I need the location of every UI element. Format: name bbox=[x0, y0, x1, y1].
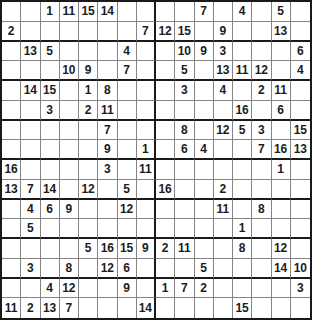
empty-cell-r4c3[interactable] bbox=[41, 61, 60, 81]
given-cell-r8c10[interactable]: 6 bbox=[175, 140, 194, 160]
empty-cell-r9c9[interactable] bbox=[156, 160, 175, 180]
given-cell-r10c1[interactable]: 13 bbox=[2, 180, 21, 200]
given-cell-r7c13[interactable]: 5 bbox=[233, 121, 252, 141]
given-cell-r2c1[interactable]: 2 bbox=[2, 22, 21, 42]
given-cell-r4c4[interactable]: 10 bbox=[60, 61, 79, 81]
given-cell-r13c6[interactable]: 16 bbox=[98, 239, 117, 259]
given-cell-r14c11[interactable]: 5 bbox=[195, 259, 214, 279]
empty-cell-r8c5[interactable] bbox=[79, 140, 98, 160]
given-cell-r15c9[interactable]: 1 bbox=[156, 279, 175, 299]
empty-cell-r9c2[interactable] bbox=[21, 160, 40, 180]
empty-cell-r5c13[interactable] bbox=[233, 81, 252, 101]
empty-cell-r4c6[interactable] bbox=[98, 61, 117, 81]
empty-cell-r10c11[interactable] bbox=[195, 180, 214, 200]
given-cell-r5c3[interactable]: 15 bbox=[41, 81, 60, 101]
empty-cell-r9c14[interactable] bbox=[252, 160, 271, 180]
given-cell-r6c15[interactable]: 6 bbox=[272, 101, 291, 121]
empty-cell-r13c1[interactable] bbox=[2, 239, 21, 259]
empty-cell-r4c1[interactable] bbox=[2, 61, 21, 81]
given-cell-r11c2[interactable]: 4 bbox=[21, 200, 40, 220]
empty-cell-r5c8[interactable] bbox=[137, 81, 156, 101]
given-cell-r14c7[interactable]: 6 bbox=[118, 259, 137, 279]
given-cell-r8c6[interactable]: 9 bbox=[98, 140, 117, 160]
given-cell-r6c13[interactable]: 16 bbox=[233, 101, 252, 121]
empty-cell-r8c7[interactable] bbox=[118, 140, 137, 160]
empty-cell-r5c9[interactable] bbox=[156, 81, 175, 101]
empty-cell-r15c12[interactable] bbox=[214, 279, 233, 299]
empty-cell-r10c4[interactable] bbox=[60, 180, 79, 200]
empty-cell-r6c16[interactable] bbox=[291, 101, 310, 121]
given-cell-r2c12[interactable]: 9 bbox=[214, 22, 233, 42]
empty-cell-r8c3[interactable] bbox=[41, 140, 60, 160]
empty-cell-r6c7[interactable] bbox=[118, 101, 137, 121]
given-cell-r13c8[interactable]: 9 bbox=[137, 239, 156, 259]
given-cell-r11c12[interactable]: 11 bbox=[214, 200, 233, 220]
empty-cell-r8c2[interactable] bbox=[21, 140, 40, 160]
empty-cell-r7c4[interactable] bbox=[60, 121, 79, 141]
given-cell-r13c9[interactable]: 2 bbox=[156, 239, 175, 259]
given-cell-r6c6[interactable]: 11 bbox=[98, 101, 117, 121]
empty-cell-r11c11[interactable] bbox=[195, 200, 214, 220]
empty-cell-r3c4[interactable] bbox=[60, 42, 79, 62]
empty-cell-r12c16[interactable] bbox=[291, 219, 310, 239]
empty-cell-r8c4[interactable] bbox=[60, 140, 79, 160]
given-cell-r3c11[interactable]: 9 bbox=[195, 42, 214, 62]
given-cell-r1c13[interactable]: 4 bbox=[233, 2, 252, 22]
empty-cell-r13c12[interactable] bbox=[214, 239, 233, 259]
empty-cell-r4c2[interactable] bbox=[21, 61, 40, 81]
empty-cell-r2c4[interactable] bbox=[60, 22, 79, 42]
empty-cell-r14c3[interactable] bbox=[41, 259, 60, 279]
given-cell-r16c2[interactable]: 2 bbox=[21, 298, 40, 318]
empty-cell-r3c15[interactable] bbox=[272, 42, 291, 62]
empty-cell-r5c1[interactable] bbox=[2, 81, 21, 101]
empty-cell-r7c7[interactable] bbox=[118, 121, 137, 141]
given-cell-r14c15[interactable]: 14 bbox=[272, 259, 291, 279]
given-cell-r10c7[interactable]: 5 bbox=[118, 180, 137, 200]
sudoku-board: 1111514745271215913135410936109751311124… bbox=[0, 0, 312, 320]
given-cell-r13c13[interactable]: 8 bbox=[233, 239, 252, 259]
given-cell-r3c16[interactable]: 6 bbox=[291, 42, 310, 62]
empty-cell-r10c10[interactable] bbox=[175, 180, 194, 200]
empty-cell-r5c11[interactable] bbox=[195, 81, 214, 101]
given-cell-r15c3[interactable]: 4 bbox=[41, 279, 60, 299]
empty-cell-r7c1[interactable] bbox=[2, 121, 21, 141]
empty-cell-r1c2[interactable] bbox=[21, 2, 40, 22]
empty-cell-r16c9[interactable] bbox=[156, 298, 175, 318]
empty-cell-r6c2[interactable] bbox=[21, 101, 40, 121]
empty-cell-r12c4[interactable] bbox=[60, 219, 79, 239]
empty-cell-r10c15[interactable] bbox=[272, 180, 291, 200]
empty-cell-r1c10[interactable] bbox=[175, 2, 194, 22]
given-cell-r16c3[interactable]: 13 bbox=[41, 298, 60, 318]
given-cell-r2c9[interactable]: 12 bbox=[156, 22, 175, 42]
empty-cell-r11c10[interactable] bbox=[175, 200, 194, 220]
given-cell-r11c3[interactable]: 6 bbox=[41, 200, 60, 220]
empty-cell-r11c15[interactable] bbox=[272, 200, 291, 220]
empty-cell-r2c2[interactable] bbox=[21, 22, 40, 42]
empty-cell-r8c1[interactable] bbox=[2, 140, 21, 160]
empty-cell-r14c8[interactable] bbox=[137, 259, 156, 279]
given-cell-r11c4[interactable]: 9 bbox=[60, 200, 79, 220]
given-cell-r1c6[interactable]: 14 bbox=[98, 2, 117, 22]
empty-cell-r11c16[interactable] bbox=[291, 200, 310, 220]
empty-cell-r7c11[interactable] bbox=[195, 121, 214, 141]
empty-cell-r10c8[interactable] bbox=[137, 180, 156, 200]
given-cell-r3c12[interactable]: 3 bbox=[214, 42, 233, 62]
empty-cell-r1c8[interactable] bbox=[137, 2, 156, 22]
given-cell-r7c14[interactable]: 3 bbox=[252, 121, 271, 141]
given-cell-r10c9[interactable]: 16 bbox=[156, 180, 175, 200]
empty-cell-r15c1[interactable] bbox=[2, 279, 21, 299]
empty-cell-r6c4[interactable] bbox=[60, 101, 79, 121]
empty-cell-r14c10[interactable] bbox=[175, 259, 194, 279]
empty-cell-r6c11[interactable] bbox=[195, 101, 214, 121]
empty-cell-r12c9[interactable] bbox=[156, 219, 175, 239]
given-cell-r9c6[interactable]: 3 bbox=[98, 160, 117, 180]
empty-cell-r2c3[interactable] bbox=[41, 22, 60, 42]
empty-cell-r12c5[interactable] bbox=[79, 219, 98, 239]
given-cell-r8c11[interactable]: 4 bbox=[195, 140, 214, 160]
empty-cell-r2c7[interactable] bbox=[118, 22, 137, 42]
empty-cell-r13c14[interactable] bbox=[252, 239, 271, 259]
empty-cell-r3c5[interactable] bbox=[79, 42, 98, 62]
empty-cell-r7c5[interactable] bbox=[79, 121, 98, 141]
given-cell-r16c4[interactable]: 7 bbox=[60, 298, 79, 318]
empty-cell-r13c4[interactable] bbox=[60, 239, 79, 259]
empty-cell-r12c3[interactable] bbox=[41, 219, 60, 239]
empty-cell-r1c12[interactable] bbox=[214, 2, 233, 22]
given-cell-r8c8[interactable]: 1 bbox=[137, 140, 156, 160]
given-cell-r5c12[interactable]: 4 bbox=[214, 81, 233, 101]
empty-cell-r9c4[interactable] bbox=[60, 160, 79, 180]
empty-cell-r6c1[interactable] bbox=[2, 101, 21, 121]
empty-cell-r16c14[interactable] bbox=[252, 298, 271, 318]
empty-cell-r11c5[interactable] bbox=[79, 200, 98, 220]
empty-cell-r9c5[interactable] bbox=[79, 160, 98, 180]
empty-cell-r14c9[interactable] bbox=[156, 259, 175, 279]
empty-cell-r1c9[interactable] bbox=[156, 2, 175, 22]
empty-cell-r12c7[interactable] bbox=[118, 219, 137, 239]
given-cell-r5c15[interactable]: 11 bbox=[272, 81, 291, 101]
given-cell-r14c4[interactable]: 8 bbox=[60, 259, 79, 279]
given-cell-r4c7[interactable]: 7 bbox=[118, 61, 137, 81]
empty-cell-r16c11[interactable] bbox=[195, 298, 214, 318]
empty-cell-r10c13[interactable] bbox=[233, 180, 252, 200]
given-cell-r14c6[interactable]: 12 bbox=[98, 259, 117, 279]
given-cell-r1c4[interactable]: 11 bbox=[60, 2, 79, 22]
empty-cell-r2c13[interactable] bbox=[233, 22, 252, 42]
empty-cell-r4c8[interactable] bbox=[137, 61, 156, 81]
given-cell-r4c10[interactable]: 5 bbox=[175, 61, 194, 81]
given-cell-r3c10[interactable]: 10 bbox=[175, 42, 194, 62]
empty-cell-r12c15[interactable] bbox=[272, 219, 291, 239]
empty-cell-r7c9[interactable] bbox=[156, 121, 175, 141]
empty-cell-r6c12[interactable] bbox=[214, 101, 233, 121]
given-cell-r14c2[interactable]: 3 bbox=[21, 259, 40, 279]
given-cell-r1c11[interactable]: 7 bbox=[195, 2, 214, 22]
empty-cell-r16c10[interactable] bbox=[175, 298, 194, 318]
empty-cell-r10c6[interactable] bbox=[98, 180, 117, 200]
given-cell-r10c12[interactable]: 2 bbox=[214, 180, 233, 200]
given-cell-r14c16[interactable]: 10 bbox=[291, 259, 310, 279]
empty-cell-r8c12[interactable] bbox=[214, 140, 233, 160]
given-cell-r8c15[interactable]: 16 bbox=[272, 140, 291, 160]
given-cell-r7c16[interactable]: 15 bbox=[291, 121, 310, 141]
empty-cell-r1c16[interactable] bbox=[291, 2, 310, 22]
given-cell-r15c7[interactable]: 9 bbox=[118, 279, 137, 299]
given-cell-r1c5[interactable]: 15 bbox=[79, 2, 98, 22]
given-cell-r15c4[interactable]: 12 bbox=[60, 279, 79, 299]
given-cell-r4c5[interactable]: 9 bbox=[79, 61, 98, 81]
empty-cell-r14c5[interactable] bbox=[79, 259, 98, 279]
given-cell-r7c12[interactable]: 12 bbox=[214, 121, 233, 141]
empty-cell-r15c5[interactable] bbox=[79, 279, 98, 299]
given-cell-r1c15[interactable]: 5 bbox=[272, 2, 291, 22]
empty-cell-r14c12[interactable] bbox=[214, 259, 233, 279]
given-cell-r10c5[interactable]: 12 bbox=[79, 180, 98, 200]
given-cell-r16c13[interactable]: 15 bbox=[233, 298, 252, 318]
given-cell-r4c14[interactable]: 12 bbox=[252, 61, 271, 81]
given-cell-r13c7[interactable]: 15 bbox=[118, 239, 137, 259]
empty-cell-r12c8[interactable] bbox=[137, 219, 156, 239]
empty-cell-r11c13[interactable] bbox=[233, 200, 252, 220]
empty-cell-r9c12[interactable] bbox=[214, 160, 233, 180]
given-cell-r3c2[interactable]: 13 bbox=[21, 42, 40, 62]
empty-cell-r9c7[interactable] bbox=[118, 160, 137, 180]
given-cell-r12c13[interactable]: 1 bbox=[233, 219, 252, 239]
given-cell-r9c8[interactable]: 11 bbox=[137, 160, 156, 180]
empty-cell-r10c14[interactable] bbox=[252, 180, 271, 200]
empty-cell-r2c14[interactable] bbox=[252, 22, 271, 42]
empty-cell-r12c14[interactable] bbox=[252, 219, 271, 239]
empty-cell-r16c5[interactable] bbox=[79, 298, 98, 318]
empty-cell-r13c11[interactable] bbox=[195, 239, 214, 259]
given-cell-r2c8[interactable]: 7 bbox=[137, 22, 156, 42]
given-cell-r5c6[interactable]: 8 bbox=[98, 81, 117, 101]
given-cell-r13c5[interactable]: 5 bbox=[79, 239, 98, 259]
given-cell-r15c11[interactable]: 2 bbox=[195, 279, 214, 299]
given-cell-r10c2[interactable]: 7 bbox=[21, 180, 40, 200]
given-cell-r12c2[interactable]: 5 bbox=[21, 219, 40, 239]
empty-cell-r3c1[interactable] bbox=[2, 42, 21, 62]
empty-cell-r11c6[interactable] bbox=[98, 200, 117, 220]
given-cell-r3c3[interactable]: 5 bbox=[41, 42, 60, 62]
empty-cell-r2c6[interactable] bbox=[98, 22, 117, 42]
given-cell-r4c16[interactable]: 4 bbox=[291, 61, 310, 81]
empty-cell-r3c13[interactable] bbox=[233, 42, 252, 62]
empty-cell-r16c12[interactable] bbox=[214, 298, 233, 318]
given-cell-r13c10[interactable]: 11 bbox=[175, 239, 194, 259]
empty-cell-r7c15[interactable] bbox=[272, 121, 291, 141]
empty-cell-r14c14[interactable] bbox=[252, 259, 271, 279]
given-cell-r8c16[interactable]: 13 bbox=[291, 140, 310, 160]
empty-cell-r6c9[interactable] bbox=[156, 101, 175, 121]
empty-cell-r7c3[interactable] bbox=[41, 121, 60, 141]
given-cell-r13c15[interactable]: 12 bbox=[272, 239, 291, 259]
given-cell-r6c3[interactable]: 3 bbox=[41, 101, 60, 121]
given-cell-r2c15[interactable]: 13 bbox=[272, 22, 291, 42]
given-cell-r4c12[interactable]: 13 bbox=[214, 61, 233, 81]
given-cell-r5c5[interactable]: 1 bbox=[79, 81, 98, 101]
empty-cell-r16c6[interactable] bbox=[98, 298, 117, 318]
empty-cell-r9c16[interactable] bbox=[291, 160, 310, 180]
empty-cell-r9c13[interactable] bbox=[233, 160, 252, 180]
empty-cell-r14c1[interactable] bbox=[2, 259, 21, 279]
empty-cell-r15c6[interactable] bbox=[98, 279, 117, 299]
given-cell-r5c14[interactable]: 2 bbox=[252, 81, 271, 101]
empty-cell-r12c10[interactable] bbox=[175, 219, 194, 239]
empty-cell-r5c4[interactable] bbox=[60, 81, 79, 101]
given-cell-r11c7[interactable]: 12 bbox=[118, 200, 137, 220]
empty-cell-r7c2[interactable] bbox=[21, 121, 40, 141]
empty-cell-r13c3[interactable] bbox=[41, 239, 60, 259]
given-cell-r4c13[interactable]: 11 bbox=[233, 61, 252, 81]
given-cell-r9c1[interactable]: 16 bbox=[2, 160, 21, 180]
empty-cell-r12c12[interactable] bbox=[214, 219, 233, 239]
given-cell-r9c15[interactable]: 1 bbox=[272, 160, 291, 180]
empty-cell-r1c7[interactable] bbox=[118, 2, 137, 22]
given-cell-r15c16[interactable]: 3 bbox=[291, 279, 310, 299]
empty-cell-r15c2[interactable] bbox=[21, 279, 40, 299]
empty-cell-r15c14[interactable] bbox=[252, 279, 271, 299]
empty-cell-r7c8[interactable] bbox=[137, 121, 156, 141]
empty-cell-r2c5[interactable] bbox=[79, 22, 98, 42]
given-cell-r1c3[interactable]: 1 bbox=[41, 2, 60, 22]
given-cell-r16c8[interactable]: 14 bbox=[137, 298, 156, 318]
given-cell-r5c10[interactable]: 3 bbox=[175, 81, 194, 101]
given-cell-r5c2[interactable]: 14 bbox=[21, 81, 40, 101]
empty-cell-r11c9[interactable] bbox=[156, 200, 175, 220]
empty-cell-r8c13[interactable] bbox=[233, 140, 252, 160]
given-cell-r8c14[interactable]: 7 bbox=[252, 140, 271, 160]
empty-cell-r4c11[interactable] bbox=[195, 61, 214, 81]
empty-cell-r5c7[interactable] bbox=[118, 81, 137, 101]
empty-cell-r4c15[interactable] bbox=[272, 61, 291, 81]
empty-cell-r3c14[interactable] bbox=[252, 42, 271, 62]
empty-cell-r6c10[interactable] bbox=[175, 101, 194, 121]
given-cell-r11c14[interactable]: 8 bbox=[252, 200, 271, 220]
empty-cell-r16c15[interactable] bbox=[272, 298, 291, 318]
empty-cell-r14c13[interactable] bbox=[233, 259, 252, 279]
empty-cell-r13c16[interactable] bbox=[291, 239, 310, 259]
empty-cell-r2c16[interactable] bbox=[291, 22, 310, 42]
empty-cell-r12c6[interactable] bbox=[98, 219, 117, 239]
empty-cell-r4c9[interactable] bbox=[156, 61, 175, 81]
given-cell-r16c1[interactable]: 11 bbox=[2, 298, 21, 318]
empty-cell-r11c1[interactable] bbox=[2, 200, 21, 220]
empty-cell-r1c1[interactable] bbox=[2, 2, 21, 22]
empty-cell-r12c11[interactable] bbox=[195, 219, 214, 239]
empty-cell-r15c8[interactable] bbox=[137, 279, 156, 299]
empty-cell-r15c13[interactable] bbox=[233, 279, 252, 299]
given-cell-r10c3[interactable]: 14 bbox=[41, 180, 60, 200]
given-cell-r3c7[interactable]: 4 bbox=[118, 42, 137, 62]
empty-cell-r6c14[interactable] bbox=[252, 101, 271, 121]
empty-cell-r16c7[interactable] bbox=[118, 298, 137, 318]
empty-cell-r3c6[interactable] bbox=[98, 42, 117, 62]
empty-cell-r3c9[interactable] bbox=[156, 42, 175, 62]
empty-cell-r11c8[interactable] bbox=[137, 200, 156, 220]
empty-cell-r2c11[interactable] bbox=[195, 22, 214, 42]
given-cell-r6c5[interactable]: 2 bbox=[79, 101, 98, 121]
empty-cell-r3c8[interactable] bbox=[137, 42, 156, 62]
empty-cell-r12c1[interactable] bbox=[2, 219, 21, 239]
given-cell-r15c10[interactable]: 7 bbox=[175, 279, 194, 299]
empty-cell-r13c2[interactable] bbox=[21, 239, 40, 259]
empty-cell-r8c9[interactable] bbox=[156, 140, 175, 160]
given-cell-r2c10[interactable]: 15 bbox=[175, 22, 194, 42]
empty-cell-r9c10[interactable] bbox=[175, 160, 194, 180]
empty-cell-r6c8[interactable] bbox=[137, 101, 156, 121]
empty-cell-r15c15[interactable] bbox=[272, 279, 291, 299]
empty-cell-r5c16[interactable] bbox=[291, 81, 310, 101]
empty-cell-r16c16[interactable] bbox=[291, 298, 310, 318]
empty-cell-r10c16[interactable] bbox=[291, 180, 310, 200]
given-cell-r7c6[interactable]: 7 bbox=[98, 121, 117, 141]
empty-cell-r1c14[interactable] bbox=[252, 2, 271, 22]
empty-cell-r9c3[interactable] bbox=[41, 160, 60, 180]
given-cell-r7c10[interactable]: 8 bbox=[175, 121, 194, 141]
empty-cell-r9c11[interactable] bbox=[195, 160, 214, 180]
